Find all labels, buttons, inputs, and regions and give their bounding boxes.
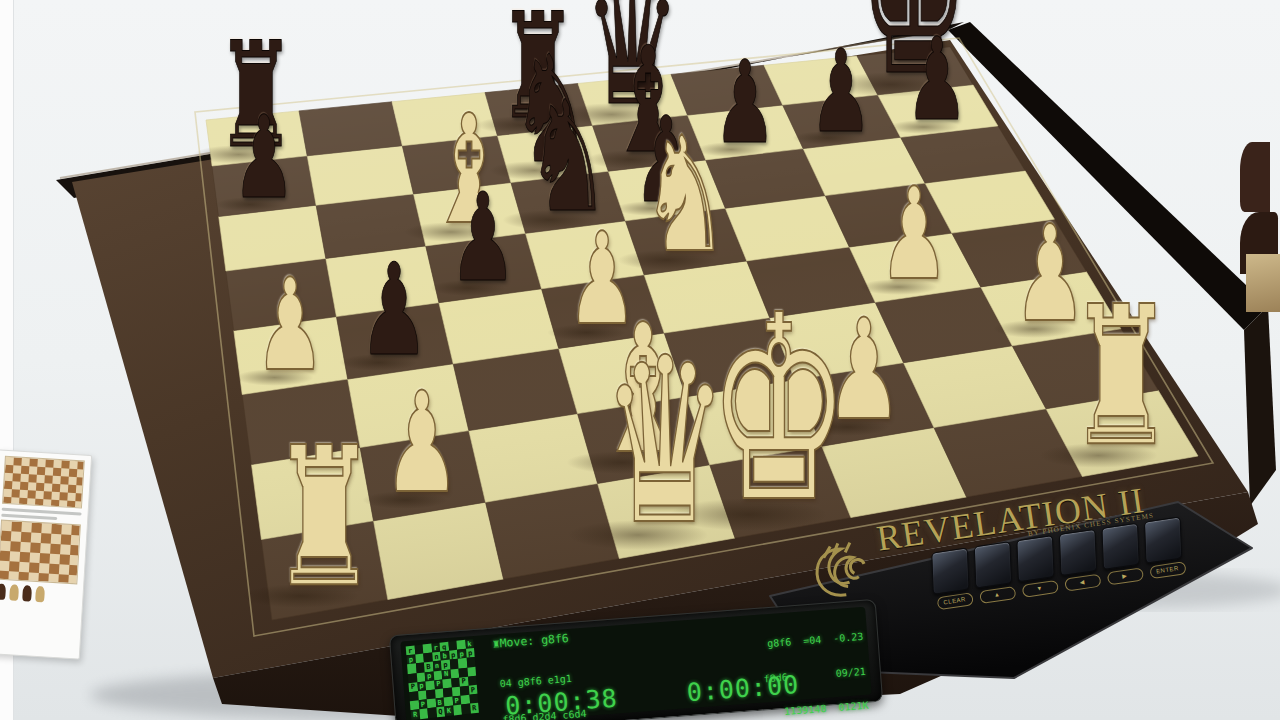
keypad-button-enter[interactable] <box>1144 516 1182 564</box>
leaflet-piece-icon <box>35 586 45 603</box>
scene: ♜♜♛♚♟♞♝♟♟♟♞♟♝♟♞♟♟♟♟♟♟♝♟♜♛♚♜ REVELATION I… <box>0 0 1280 720</box>
adjacent-dark-piece <box>1240 142 1270 212</box>
keypad-button-right[interactable] <box>1101 523 1139 571</box>
keypad-button-down[interactable] <box>1016 535 1054 583</box>
leaflet-piece-icon <box>9 584 19 601</box>
adjacent-board-edge <box>1246 254 1280 312</box>
leaflet-piece-icon <box>0 583 6 600</box>
leaflet-piece-photos <box>0 583 77 604</box>
keypad-button-up[interactable] <box>974 541 1012 589</box>
chess-board <box>0 0 1280 720</box>
lcd-mini-square-h1: R <box>470 703 479 713</box>
lcd-analysis-line-1: g8f6 =04 -0.23 <box>761 631 864 650</box>
lcd-analysis-line-3: 1139148 0121K <box>766 700 869 719</box>
leaflet-piece-icon <box>22 585 32 602</box>
leaflet-board-photo-1 <box>2 456 85 509</box>
chess-leaflet <box>0 449 92 659</box>
lcd-analysis-lines: g8f6 =04 -0.23 f8d6 09/21 1139148 0121K <box>759 608 871 720</box>
keypad-button-left[interactable] <box>1059 529 1097 577</box>
lcd-move-line: ♜Move: g8f6 <box>492 631 569 651</box>
phoenix-logo-icon <box>802 536 884 608</box>
leaflet-board-photo-2 <box>0 520 81 585</box>
lcd-mini-board: rrqkpnbpppBnppNPpPPPPBPRQKR <box>406 639 479 720</box>
lcd-move-text: Move: g8f6 <box>499 631 569 650</box>
adjacent-chess-set <box>1240 142 1280 317</box>
board-right-edge <box>1244 306 1276 506</box>
keypad-button-clear[interactable] <box>931 547 969 595</box>
leaflet-text-bar <box>1 514 57 520</box>
